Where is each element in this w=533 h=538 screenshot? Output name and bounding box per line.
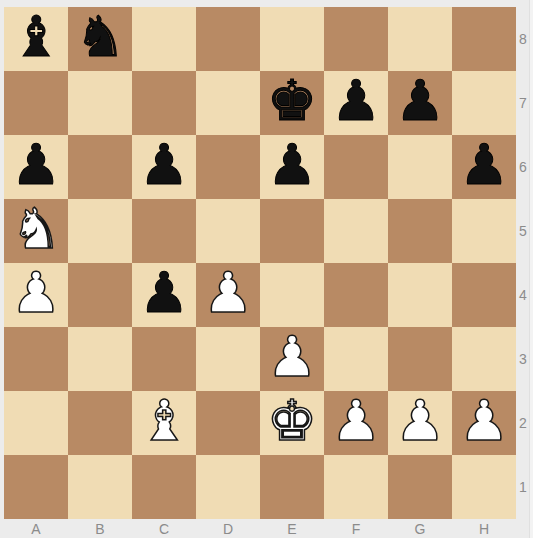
file-label-g: G: [388, 519, 452, 538]
piece-white-pawn[interactable]: ♟: [395, 393, 445, 449]
square-g5[interactable]: [388, 199, 452, 263]
file-label-a: A: [4, 519, 68, 538]
square-a4[interactable]: ♟: [4, 263, 68, 327]
file-label-b: B: [68, 519, 132, 538]
piece-black-pawn[interactable]: ♟: [267, 137, 317, 193]
square-c4[interactable]: ♟: [132, 263, 196, 327]
square-b3[interactable]: [68, 327, 132, 391]
file-label-f: F: [324, 519, 388, 538]
piece-white-pawn[interactable]: ♟: [11, 265, 61, 321]
square-c2[interactable]: ♝: [132, 391, 196, 455]
square-e5[interactable]: [260, 199, 324, 263]
square-f8[interactable]: [324, 7, 388, 71]
piece-black-bishop[interactable]: ♝: [11, 9, 61, 65]
square-d4[interactable]: ♟: [196, 263, 260, 327]
piece-white-pawn[interactable]: ♟: [203, 265, 253, 321]
file-label-h: H: [452, 519, 516, 538]
scrollbar-track[interactable]: [529, 0, 533, 538]
piece-black-pawn[interactable]: ♟: [11, 137, 61, 193]
square-e1[interactable]: [260, 455, 324, 519]
piece-white-king[interactable]: ♚: [267, 393, 317, 449]
square-f1[interactable]: [324, 455, 388, 519]
rank-labels: 87654321: [516, 7, 530, 519]
chess-board: ♝♞♚♟♟♟♟♟♟♞♟♟♟♟♝♚♟♟♟: [4, 7, 516, 519]
piece-black-pawn[interactable]: ♟: [395, 73, 445, 129]
square-a3[interactable]: [4, 327, 68, 391]
square-a5[interactable]: ♞: [4, 199, 68, 263]
square-b4[interactable]: [68, 263, 132, 327]
square-f4[interactable]: [324, 263, 388, 327]
square-f2[interactable]: ♟: [324, 391, 388, 455]
square-b7[interactable]: [68, 71, 132, 135]
square-c6[interactable]: ♟: [132, 135, 196, 199]
square-c7[interactable]: [132, 71, 196, 135]
square-a7[interactable]: [4, 71, 68, 135]
square-c1[interactable]: [132, 455, 196, 519]
square-c3[interactable]: [132, 327, 196, 391]
piece-black-pawn[interactable]: ♟: [459, 137, 509, 193]
square-e7[interactable]: ♚: [260, 71, 324, 135]
square-b8[interactable]: ♞: [68, 7, 132, 71]
square-e8[interactable]: [260, 7, 324, 71]
square-g2[interactable]: ♟: [388, 391, 452, 455]
rank-label-2: 2: [516, 391, 530, 455]
square-h8[interactable]: [452, 7, 516, 71]
square-d3[interactable]: [196, 327, 260, 391]
square-a2[interactable]: [4, 391, 68, 455]
rank-label-1: 1: [516, 455, 530, 519]
square-d7[interactable]: [196, 71, 260, 135]
file-labels: ABCDEFGH: [4, 519, 516, 538]
piece-black-pawn[interactable]: ♟: [331, 73, 381, 129]
rank-label-6: 6: [516, 135, 530, 199]
square-e2[interactable]: ♚: [260, 391, 324, 455]
chess-app: ♝♞♚♟♟♟♟♟♟♞♟♟♟♟♝♚♟♟♟ 87654321 ABCDEFGH: [0, 0, 533, 538]
piece-black-king[interactable]: ♚: [267, 73, 317, 129]
square-f5[interactable]: [324, 199, 388, 263]
square-a6[interactable]: ♟: [4, 135, 68, 199]
piece-white-pawn[interactable]: ♟: [459, 393, 509, 449]
square-c5[interactable]: [132, 199, 196, 263]
square-g7[interactable]: ♟: [388, 71, 452, 135]
square-d8[interactable]: [196, 7, 260, 71]
square-e4[interactable]: [260, 263, 324, 327]
square-h1[interactable]: [452, 455, 516, 519]
square-g3[interactable]: [388, 327, 452, 391]
file-label-e: E: [260, 519, 324, 538]
rank-label-4: 4: [516, 263, 530, 327]
square-f7[interactable]: ♟: [324, 71, 388, 135]
rank-label-8: 8: [516, 7, 530, 71]
square-b6[interactable]: [68, 135, 132, 199]
square-d5[interactable]: [196, 199, 260, 263]
piece-white-bishop[interactable]: ♝: [139, 393, 189, 449]
rank-label-3: 3: [516, 327, 530, 391]
square-h5[interactable]: [452, 199, 516, 263]
file-label-d: D: [196, 519, 260, 538]
square-f3[interactable]: [324, 327, 388, 391]
piece-black-pawn[interactable]: ♟: [139, 137, 189, 193]
square-e3[interactable]: ♟: [260, 327, 324, 391]
piece-white-knight[interactable]: ♞: [11, 201, 61, 257]
square-b1[interactable]: [68, 455, 132, 519]
square-g6[interactable]: [388, 135, 452, 199]
piece-black-pawn[interactable]: ♟: [139, 265, 189, 321]
piece-black-knight[interactable]: ♞: [75, 9, 125, 65]
piece-white-pawn[interactable]: ♟: [331, 393, 381, 449]
square-g1[interactable]: [388, 455, 452, 519]
square-h4[interactable]: [452, 263, 516, 327]
square-d1[interactable]: [196, 455, 260, 519]
piece-white-pawn[interactable]: ♟: [267, 329, 317, 385]
square-h3[interactable]: [452, 327, 516, 391]
square-f6[interactable]: [324, 135, 388, 199]
square-a8[interactable]: ♝: [4, 7, 68, 71]
square-a1[interactable]: [4, 455, 68, 519]
square-h7[interactable]: [452, 71, 516, 135]
square-d2[interactable]: [196, 391, 260, 455]
square-d6[interactable]: [196, 135, 260, 199]
rank-label-7: 7: [516, 71, 530, 135]
square-b2[interactable]: [68, 391, 132, 455]
square-g4[interactable]: [388, 263, 452, 327]
square-c8[interactable]: [132, 7, 196, 71]
square-b5[interactable]: [68, 199, 132, 263]
file-label-c: C: [132, 519, 196, 538]
square-g8[interactable]: [388, 7, 452, 71]
square-h2[interactable]: ♟: [452, 391, 516, 455]
square-e6[interactable]: ♟: [260, 135, 324, 199]
square-h6[interactable]: ♟: [452, 135, 516, 199]
rank-label-5: 5: [516, 199, 530, 263]
